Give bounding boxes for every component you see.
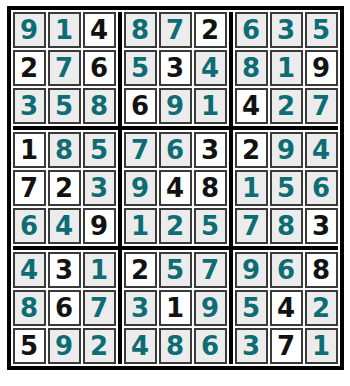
box-separator-vertical-2	[229, 12, 233, 364]
cell-r7c4[interactable]: 2	[124, 252, 157, 288]
cell-r2c7[interactable]: 8	[235, 50, 268, 86]
cell-r3c8[interactable]: 2	[270, 88, 303, 124]
cell-r7c7[interactable]: 9	[235, 252, 268, 288]
box-separator-horizontal-2	[13, 246, 338, 250]
cell-r2c1[interactable]: 2	[13, 50, 46, 86]
cell-r1c2[interactable]: 1	[48, 12, 81, 48]
cell-r4c6[interactable]: 3	[194, 132, 227, 168]
cell-r2c9[interactable]: 9	[305, 50, 338, 86]
cell-r2c8[interactable]: 1	[270, 50, 303, 86]
cell-r2c6[interactable]: 4	[194, 50, 227, 86]
cell-r4c1[interactable]: 1	[13, 132, 46, 168]
cell-r9c1[interactable]: 5	[13, 328, 46, 364]
cell-r7c2[interactable]: 3	[48, 252, 81, 288]
cell-r3c2[interactable]: 5	[48, 88, 81, 124]
cell-r5c7[interactable]: 1	[235, 170, 268, 206]
cell-r6c2[interactable]: 4	[48, 208, 81, 244]
cell-r2c5[interactable]: 3	[159, 50, 192, 86]
cell-r6c3[interactable]: 9	[83, 208, 116, 244]
cell-r3c7[interactable]: 4	[235, 88, 268, 124]
cell-r1c3[interactable]: 4	[83, 12, 116, 48]
cell-r1c6[interactable]: 2	[194, 12, 227, 48]
cell-r7c3[interactable]: 1	[83, 252, 116, 288]
cell-r5c2[interactable]: 2	[48, 170, 81, 206]
cell-r8c4[interactable]: 3	[124, 290, 157, 326]
cell-r3c3[interactable]: 8	[83, 88, 116, 124]
cell-r9c2[interactable]: 9	[48, 328, 81, 364]
cell-r1c9[interactable]: 5	[305, 12, 338, 48]
cell-r5c8[interactable]: 5	[270, 170, 303, 206]
cell-r4c3[interactable]: 5	[83, 132, 116, 168]
cell-r9c9[interactable]: 1	[305, 328, 338, 364]
cell-r2c2[interactable]: 7	[48, 50, 81, 86]
cell-r3c6[interactable]: 1	[194, 88, 227, 124]
cell-r1c5[interactable]: 7	[159, 12, 192, 48]
box-separator-horizontal-1	[13, 126, 338, 130]
cell-r8c8[interactable]: 4	[270, 290, 303, 326]
cell-r2c4[interactable]: 5	[124, 50, 157, 86]
cell-r6c4[interactable]: 1	[124, 208, 157, 244]
cell-r4c9[interactable]: 4	[305, 132, 338, 168]
cell-r3c1[interactable]: 3	[13, 88, 46, 124]
cell-r3c5[interactable]: 9	[159, 88, 192, 124]
cell-r1c4[interactable]: 8	[124, 12, 157, 48]
cell-r6c6[interactable]: 5	[194, 208, 227, 244]
cell-r9c7[interactable]: 3	[235, 328, 268, 364]
cell-r7c6[interactable]: 7	[194, 252, 227, 288]
cell-r6c9[interactable]: 3	[305, 208, 338, 244]
cell-r9c6[interactable]: 6	[194, 328, 227, 364]
cell-r5c4[interactable]: 9	[124, 170, 157, 206]
cell-r9c5[interactable]: 8	[159, 328, 192, 364]
cell-r8c1[interactable]: 8	[13, 290, 46, 326]
cell-r5c1[interactable]: 7	[13, 170, 46, 206]
cell-r7c8[interactable]: 6	[270, 252, 303, 288]
cell-r1c1[interactable]: 9	[13, 12, 46, 48]
cell-r7c9[interactable]: 8	[305, 252, 338, 288]
cell-r6c8[interactable]: 8	[270, 208, 303, 244]
cell-r9c3[interactable]: 2	[83, 328, 116, 364]
cell-r4c4[interactable]: 7	[124, 132, 157, 168]
cell-r5c3[interactable]: 3	[83, 170, 116, 206]
cell-r8c5[interactable]: 1	[159, 290, 192, 326]
cell-r2c3[interactable]: 6	[83, 50, 116, 86]
cell-r9c4[interactable]: 4	[124, 328, 157, 364]
cell-r4c8[interactable]: 9	[270, 132, 303, 168]
cell-r6c1[interactable]: 6	[13, 208, 46, 244]
cell-r4c5[interactable]: 6	[159, 132, 192, 168]
cell-r1c8[interactable]: 3	[270, 12, 303, 48]
cell-r9c8[interactable]: 7	[270, 328, 303, 364]
cell-r5c5[interactable]: 4	[159, 170, 192, 206]
box-separator-vertical-1	[118, 12, 122, 364]
cell-r5c9[interactable]: 6	[305, 170, 338, 206]
cell-r4c2[interactable]: 8	[48, 132, 81, 168]
cell-r8c6[interactable]: 9	[194, 290, 227, 326]
cell-r3c4[interactable]: 6	[124, 88, 157, 124]
cell-r5c6[interactable]: 8	[194, 170, 227, 206]
cell-r6c5[interactable]: 2	[159, 208, 192, 244]
cell-r8c7[interactable]: 5	[235, 290, 268, 326]
cell-r7c1[interactable]: 4	[13, 252, 46, 288]
cell-r8c3[interactable]: 7	[83, 290, 116, 326]
cell-r8c2[interactable]: 6	[48, 290, 81, 326]
cell-r4c7[interactable]: 2	[235, 132, 268, 168]
cell-r8c9[interactable]: 2	[305, 290, 338, 326]
cell-r1c7[interactable]: 6	[235, 12, 268, 48]
sudoku-page: 9148726352765348193586914271857632947239…	[0, 6, 350, 386]
sudoku-board: 9148726352765348193586914271857632947239…	[7, 6, 344, 370]
cell-r6c7[interactable]: 7	[235, 208, 268, 244]
cell-r3c9[interactable]: 7	[305, 88, 338, 124]
cell-r7c5[interactable]: 5	[159, 252, 192, 288]
